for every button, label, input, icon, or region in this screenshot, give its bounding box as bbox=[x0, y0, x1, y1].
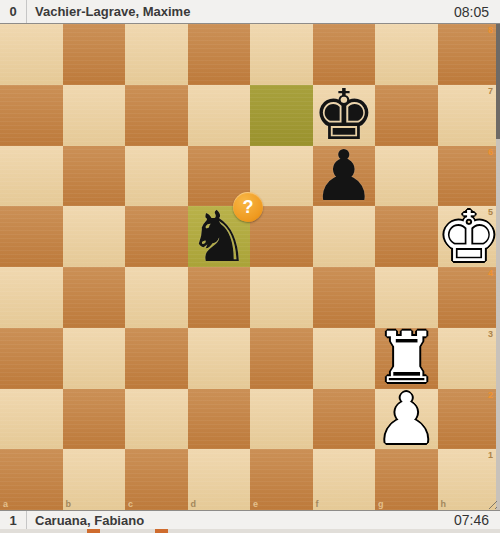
square-g7[interactable] bbox=[375, 85, 438, 146]
player-name-top: Vachier-Lagrave, Maxime bbox=[35, 4, 190, 19]
square-d3[interactable] bbox=[188, 328, 251, 389]
rank-label-8: 8 bbox=[488, 26, 493, 35]
square-g2[interactable]: ♟ bbox=[375, 389, 438, 450]
square-h1[interactable]: 1h bbox=[438, 449, 500, 510]
file-label-a: a bbox=[3, 500, 8, 509]
player-name-bottom: Caruana, Fabiano bbox=[35, 513, 144, 528]
square-a1[interactable]: a bbox=[0, 449, 63, 510]
toolbar-strip bbox=[0, 529, 500, 533]
square-e7[interactable] bbox=[250, 85, 313, 146]
square-a2[interactable] bbox=[0, 389, 63, 450]
square-b2[interactable] bbox=[63, 389, 126, 450]
square-e1[interactable]: e bbox=[250, 449, 313, 510]
square-g5[interactable] bbox=[375, 206, 438, 267]
piece-white-king[interactable]: ♚ bbox=[438, 206, 500, 267]
square-f1[interactable]: f bbox=[313, 449, 376, 510]
file-label-d: d bbox=[191, 500, 197, 509]
square-b7[interactable] bbox=[63, 85, 126, 146]
square-a8[interactable] bbox=[0, 24, 63, 85]
player-clock-bottom: 07:46 bbox=[454, 512, 489, 528]
player-score-bottom: 1 bbox=[0, 511, 27, 529]
square-b4[interactable] bbox=[63, 267, 126, 328]
piece-white-pawn[interactable]: ♟ bbox=[375, 389, 438, 450]
rank-label-6: 6 bbox=[488, 148, 493, 157]
player-clock-top: 08:05 bbox=[454, 4, 489, 20]
square-c1[interactable]: c bbox=[125, 449, 188, 510]
square-h8[interactable]: 8 bbox=[438, 24, 500, 85]
rank-label-7: 7 bbox=[488, 87, 493, 96]
square-c2[interactable] bbox=[125, 389, 188, 450]
file-label-f: f bbox=[316, 500, 319, 509]
square-a3[interactable] bbox=[0, 328, 63, 389]
chess-board: 8♚7♟6♞?5♚4♜3♟2abcdefg1h bbox=[0, 24, 500, 510]
square-g8[interactable] bbox=[375, 24, 438, 85]
file-label-b: b bbox=[66, 500, 72, 509]
square-e8[interactable] bbox=[250, 24, 313, 85]
square-d8[interactable] bbox=[188, 24, 251, 85]
square-a6[interactable] bbox=[0, 146, 63, 207]
square-b6[interactable] bbox=[63, 146, 126, 207]
file-label-e: e bbox=[253, 500, 258, 509]
square-c7[interactable] bbox=[125, 85, 188, 146]
scrollbar-thumb[interactable] bbox=[496, 24, 500, 139]
square-b5[interactable] bbox=[63, 206, 126, 267]
square-e4[interactable] bbox=[250, 267, 313, 328]
square-g6[interactable] bbox=[375, 146, 438, 207]
square-f2[interactable] bbox=[313, 389, 376, 450]
player-score-top: 0 bbox=[0, 0, 27, 23]
square-e2[interactable] bbox=[250, 389, 313, 450]
square-d1[interactable]: d bbox=[188, 449, 251, 510]
square-c4[interactable] bbox=[125, 267, 188, 328]
square-b3[interactable] bbox=[63, 328, 126, 389]
square-c5[interactable] bbox=[125, 206, 188, 267]
square-b8[interactable] bbox=[63, 24, 126, 85]
square-c3[interactable] bbox=[125, 328, 188, 389]
square-c8[interactable] bbox=[125, 24, 188, 85]
rank-label-1: 1 bbox=[488, 451, 493, 460]
square-e3[interactable] bbox=[250, 328, 313, 389]
square-a4[interactable] bbox=[0, 267, 63, 328]
rank-label-2: 2 bbox=[488, 391, 493, 400]
square-f6[interactable]: ♟ bbox=[313, 146, 376, 207]
square-b1[interactable]: b bbox=[63, 449, 126, 510]
toolbar-icon[interactable] bbox=[87, 529, 100, 533]
file-label-h: h bbox=[441, 500, 447, 509]
rank-label-3: 3 bbox=[488, 330, 493, 339]
square-a7[interactable] bbox=[0, 85, 63, 146]
player-bar-bottom: 1 Caruana, Fabiano 07:46 bbox=[0, 510, 500, 529]
square-d2[interactable] bbox=[188, 389, 251, 450]
file-label-g: g bbox=[378, 500, 384, 509]
square-a5[interactable] bbox=[0, 206, 63, 267]
scrollbar-track[interactable] bbox=[496, 24, 500, 510]
chess-game-widget: 0 Vachier-Lagrave, Maxime 08:05 8♚7♟6♞?5… bbox=[0, 0, 500, 533]
square-c6[interactable] bbox=[125, 146, 188, 207]
square-h7[interactable]: 7 bbox=[438, 85, 500, 146]
square-d5[interactable]: ♞? bbox=[188, 206, 251, 267]
square-d7[interactable] bbox=[188, 85, 251, 146]
square-f3[interactable] bbox=[313, 328, 376, 389]
square-h2[interactable]: 2 bbox=[438, 389, 500, 450]
player-bar-top: 0 Vachier-Lagrave, Maxime 08:05 bbox=[0, 0, 500, 24]
toolbar-icon[interactable] bbox=[155, 529, 168, 533]
piece-black-pawn[interactable]: ♟ bbox=[313, 146, 376, 207]
file-label-c: c bbox=[128, 500, 133, 509]
square-h3[interactable]: 3 bbox=[438, 328, 500, 389]
square-f4[interactable] bbox=[313, 267, 376, 328]
square-h5[interactable]: 5♚ bbox=[438, 206, 500, 267]
